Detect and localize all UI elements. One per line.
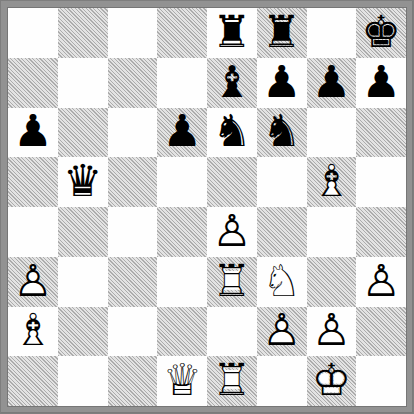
piece-fill-glyph: ♟ [361, 60, 400, 104]
square-c4[interactable] [108, 207, 158, 257]
white-rook-e3: ♜♖ [207, 257, 257, 307]
square-g5[interactable]: ♝♗ [307, 157, 357, 207]
piece-outline-glyph: ♙ [262, 308, 301, 352]
square-g3[interactable] [307, 257, 357, 307]
piece-fill-glyph: ♞ [212, 109, 251, 153]
square-f6[interactable]: ♞ [257, 108, 307, 158]
square-g7[interactable]: ♟ [307, 58, 357, 108]
black-knight-e6: ♞ [207, 108, 257, 158]
square-e1[interactable]: ♜♖ [207, 356, 257, 406]
piece-fill-glyph: ♝ [212, 60, 251, 104]
square-a5[interactable] [8, 157, 58, 207]
piece-outline-glyph: ♘ [262, 259, 301, 303]
piece-fill-glyph: ♞ [262, 109, 301, 153]
square-b5[interactable]: ♛ [58, 157, 108, 207]
white-queen-d1: ♛♕ [157, 356, 207, 406]
white-king-g1: ♚♔ [307, 356, 357, 406]
square-e5[interactable] [207, 157, 257, 207]
square-f7[interactable]: ♟ [257, 58, 307, 108]
square-a3[interactable]: ♟♙ [8, 257, 58, 307]
square-b4[interactable] [58, 207, 108, 257]
square-e6[interactable]: ♞ [207, 108, 257, 158]
square-c2[interactable] [108, 307, 158, 357]
piece-outline-glyph: ♙ [212, 209, 251, 253]
square-e2[interactable] [207, 307, 257, 357]
white-bishop-a2: ♝♗ [8, 307, 58, 357]
black-king-h8: ♚ [356, 8, 406, 58]
square-b2[interactable] [58, 307, 108, 357]
piece-outline-glyph: ♙ [13, 259, 52, 303]
square-f4[interactable] [257, 207, 307, 257]
square-c8[interactable] [108, 8, 158, 58]
square-d5[interactable] [157, 157, 207, 207]
piece-outline-glyph: ♗ [13, 308, 52, 352]
black-bishop-e7: ♝ [207, 58, 257, 108]
piece-fill-glyph: ♟ [262, 60, 301, 104]
square-c3[interactable] [108, 257, 158, 307]
square-h7[interactable]: ♟ [356, 58, 406, 108]
white-knight-f3: ♞♘ [257, 257, 307, 307]
white-pawn-f2: ♟♙ [257, 307, 307, 357]
square-g1[interactable]: ♚♔ [307, 356, 357, 406]
black-pawn-g7: ♟ [307, 58, 357, 108]
square-h1[interactable] [356, 356, 406, 406]
square-b1[interactable] [58, 356, 108, 406]
square-f2[interactable]: ♟♙ [257, 307, 307, 357]
black-pawn-d6: ♟ [157, 108, 207, 158]
white-rook-e1: ♜♖ [207, 356, 257, 406]
black-knight-f6: ♞ [257, 108, 307, 158]
white-pawn-e4: ♟♙ [207, 207, 257, 257]
square-a4[interactable] [8, 207, 58, 257]
square-a7[interactable] [8, 58, 58, 108]
piece-outline-glyph: ♗ [312, 159, 351, 203]
square-d1[interactable]: ♛♕ [157, 356, 207, 406]
square-e7[interactable]: ♝ [207, 58, 257, 108]
piece-outline-glyph: ♔ [312, 358, 351, 402]
white-pawn-h3: ♟♙ [356, 257, 406, 307]
square-f8[interactable]: ♜ [257, 8, 307, 58]
square-e4[interactable]: ♟♙ [207, 207, 257, 257]
square-d6[interactable]: ♟ [157, 108, 207, 158]
board-frame: ♜♜♚♝♟♟♟♟♟♞♞♛♝♗♟♙♟♙♜♖♞♘♟♙♝♗♟♙♟♙♛♕♜♖♚♔ [0, 0, 414, 414]
black-queen-b5: ♛ [58, 157, 108, 207]
white-pawn-g2: ♟♙ [307, 307, 357, 357]
black-pawn-f7: ♟ [257, 58, 307, 108]
square-g6[interactable] [307, 108, 357, 158]
square-e3[interactable]: ♜♖ [207, 257, 257, 307]
piece-outline-glyph: ♕ [162, 358, 201, 402]
piece-fill-glyph: ♟ [13, 109, 52, 153]
piece-fill-glyph: ♛ [63, 159, 102, 203]
square-a1[interactable] [8, 356, 58, 406]
white-pawn-a3: ♟♙ [8, 257, 58, 307]
square-c7[interactable] [108, 58, 158, 108]
square-e8[interactable]: ♜ [207, 8, 257, 58]
white-bishop-g5: ♝♗ [307, 157, 357, 207]
square-h8[interactable]: ♚ [356, 8, 406, 58]
black-pawn-a6: ♟ [8, 108, 58, 158]
square-b3[interactable] [58, 257, 108, 307]
piece-fill-glyph: ♟ [162, 109, 201, 153]
square-a6[interactable]: ♟ [8, 108, 58, 158]
square-c5[interactable] [108, 157, 158, 207]
piece-fill-glyph: ♜ [212, 10, 251, 54]
square-g4[interactable] [307, 207, 357, 257]
piece-outline-glyph: ♖ [212, 259, 251, 303]
square-b7[interactable] [58, 58, 108, 108]
square-b6[interactable] [58, 108, 108, 158]
piece-fill-glyph: ♟ [312, 60, 351, 104]
square-c1[interactable] [108, 356, 158, 406]
square-h5[interactable] [356, 157, 406, 207]
piece-outline-glyph: ♙ [312, 308, 351, 352]
square-g8[interactable] [307, 8, 357, 58]
square-h4[interactable] [356, 207, 406, 257]
square-f3[interactable]: ♞♘ [257, 257, 307, 307]
square-d3[interactable] [157, 257, 207, 307]
square-h6[interactable] [356, 108, 406, 158]
square-d2[interactable] [157, 307, 207, 357]
square-h3[interactable]: ♟♙ [356, 257, 406, 307]
black-rook-e8: ♜ [207, 8, 257, 58]
square-d4[interactable] [157, 207, 207, 257]
square-h2[interactable] [356, 307, 406, 357]
square-g2[interactable]: ♟♙ [307, 307, 357, 357]
black-pawn-h7: ♟ [356, 58, 406, 108]
chess-board: ♜♜♚♝♟♟♟♟♟♞♞♛♝♗♟♙♟♙♜♖♞♘♟♙♝♗♟♙♟♙♛♕♜♖♚♔ [8, 8, 406, 406]
square-b8[interactable] [58, 8, 108, 58]
square-f1[interactable] [257, 356, 307, 406]
piece-fill-glyph: ♜ [262, 10, 301, 54]
piece-fill-glyph: ♚ [361, 10, 400, 54]
square-a2[interactable]: ♝♗ [8, 307, 58, 357]
piece-outline-glyph: ♖ [212, 358, 251, 402]
square-d8[interactable] [157, 8, 207, 58]
square-f5[interactable] [257, 157, 307, 207]
square-c6[interactable] [108, 108, 158, 158]
piece-outline-glyph: ♙ [361, 259, 400, 303]
square-a8[interactable] [8, 8, 58, 58]
square-d7[interactable] [157, 58, 207, 108]
black-rook-f8: ♜ [257, 8, 307, 58]
